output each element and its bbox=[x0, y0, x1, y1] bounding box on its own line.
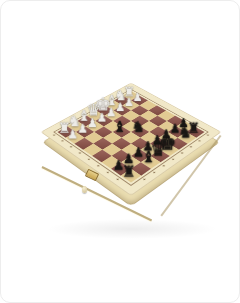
board-shadow bbox=[46, 219, 218, 239]
piece-white-n: ♞ bbox=[67, 114, 80, 129]
product-photo[interactable]: ♜♟♟♜♞♟♟♞♝♟♟♚♟♞♟♚♛♟♝♟♛♝♟♟♝♞♟♟♜♟♟♜ bbox=[0, 0, 240, 303]
piece-white-b: ♝ bbox=[105, 94, 118, 108]
board-hinge-knob bbox=[82, 186, 87, 193]
square-g8: ♞ bbox=[178, 132, 197, 144]
piece-white-r: ♜ bbox=[58, 121, 71, 135]
